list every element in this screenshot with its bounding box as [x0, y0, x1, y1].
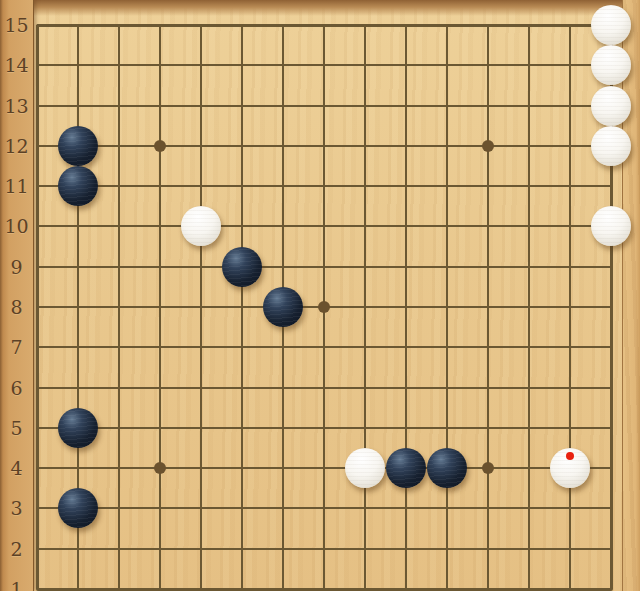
intersection-c15-r5[interactable]: [590, 408, 631, 448]
intersection-c15-r15[interactable]: [590, 5, 631, 45]
intersection-c13-r2[interactable]: [508, 529, 549, 569]
intersection-c15-r13[interactable]: [590, 85, 631, 125]
intersection-c10-r15[interactable]: [386, 5, 427, 45]
intersection-c5-r13[interactable]: [181, 85, 222, 125]
intersection-c8-r8[interactable]: [304, 287, 345, 327]
intersection-c13-r10[interactable]: [508, 206, 549, 246]
intersection-c3-r4[interactable]: [99, 448, 140, 488]
intersection-c13-r11[interactable]: [508, 166, 549, 206]
board-grid: [17, 5, 631, 591]
intersection-c15-r2[interactable]: [590, 529, 631, 569]
intersection-c2-r2[interactable]: [58, 529, 99, 569]
intersection-c8-r7[interactable]: [304, 327, 345, 367]
intersection-c14-r5[interactable]: [549, 408, 590, 448]
white-stone: [591, 86, 631, 126]
intersection-c7-r2[interactable]: [263, 529, 304, 569]
intersection-c5-r9[interactable]: [181, 247, 222, 287]
intersection-c7-r7[interactable]: [263, 327, 304, 367]
intersection-c6-r13[interactable]: [222, 85, 263, 125]
star-point: [482, 140, 494, 152]
intersection-c6-r9[interactable]: [222, 247, 263, 287]
intersection-c9-r11[interactable]: [345, 166, 386, 206]
intersection-c13-r9[interactable]: [508, 247, 549, 287]
intersection-c8-r14[interactable]: [304, 45, 345, 85]
black-stone: [386, 448, 426, 488]
intersection-c7-r1[interactable]: [263, 569, 304, 591]
intersection-c14-r12[interactable]: [549, 126, 590, 166]
intersection-c11-r9[interactable]: [427, 247, 468, 287]
intersection-c15-r6[interactable]: [590, 367, 631, 407]
intersection-c2-r3[interactable]: [58, 488, 99, 528]
intersection-c15-r7[interactable]: [590, 327, 631, 367]
intersection-c12-r4[interactable]: [468, 448, 509, 488]
intersection-c10-r5[interactable]: [386, 408, 427, 448]
intersection-c14-r15[interactable]: [549, 5, 590, 45]
intersection-c8-r6[interactable]: [304, 367, 345, 407]
intersection-c4-r4[interactable]: [140, 448, 181, 488]
intersection-c3-r6[interactable]: [99, 367, 140, 407]
intersection-c11-r2[interactable]: [427, 529, 468, 569]
intersection-c11-r1[interactable]: [427, 569, 468, 591]
black-stone: [263, 287, 303, 327]
intersection-c2-r6[interactable]: [58, 367, 99, 407]
intersection-c11-r11[interactable]: [427, 166, 468, 206]
intersection-c15-r10[interactable]: [590, 206, 631, 246]
black-stone: [58, 126, 98, 166]
intersection-c3-r8[interactable]: [99, 287, 140, 327]
intersection-c11-r7[interactable]: [427, 327, 468, 367]
white-stone: [591, 206, 631, 246]
intersection-c15-r8[interactable]: [590, 287, 631, 327]
intersection-c12-r7[interactable]: [468, 327, 509, 367]
intersection-c4-r7[interactable]: [140, 327, 181, 367]
intersection-c5-r7[interactable]: [181, 327, 222, 367]
intersection-c6-r2[interactable]: [222, 529, 263, 569]
intersection-c14-r4[interactable]: [549, 448, 590, 488]
intersection-c1-r11[interactable]: [17, 166, 58, 206]
intersection-c10-r6[interactable]: [386, 367, 427, 407]
intersection-c9-r8[interactable]: [345, 287, 386, 327]
intersection-c8-r13[interactable]: [304, 85, 345, 125]
go-board-screen: 151413121110987654321: [0, 0, 640, 591]
white-stone: [181, 206, 221, 246]
intersection-c13-r4[interactable]: [508, 448, 549, 488]
intersection-c7-r9[interactable]: [263, 247, 304, 287]
intersection-c6-r11[interactable]: [222, 166, 263, 206]
intersection-c9-r2[interactable]: [345, 529, 386, 569]
intersection-c3-r5[interactable]: [99, 408, 140, 448]
intersection-c5-r15[interactable]: [181, 5, 222, 45]
intersection-c10-r8[interactable]: [386, 287, 427, 327]
intersection-c1-r1[interactable]: [17, 569, 58, 591]
intersection-c2-r8[interactable]: [58, 287, 99, 327]
intersection-c9-r14[interactable]: [345, 45, 386, 85]
intersection-c2-r4[interactable]: [58, 448, 99, 488]
intersection-c14-r7[interactable]: [549, 327, 590, 367]
intersection-c9-r10[interactable]: [345, 206, 386, 246]
intersection-c10-r11[interactable]: [386, 166, 427, 206]
intersection-c3-r3[interactable]: [99, 488, 140, 528]
intersection-c2-r14[interactable]: [58, 45, 99, 85]
intersection-c10-r10[interactable]: [386, 206, 427, 246]
intersection-c12-r5[interactable]: [468, 408, 509, 448]
intersection-c7-r8[interactable]: [263, 287, 304, 327]
star-point: [154, 140, 166, 152]
intersection-c11-r13[interactable]: [427, 85, 468, 125]
intersection-c6-r12[interactable]: [222, 126, 263, 166]
intersection-c13-r1[interactable]: [508, 569, 549, 591]
intersection-c2-r10[interactable]: [58, 206, 99, 246]
intersection-c8-r15[interactable]: [304, 5, 345, 45]
intersection-c13-r14[interactable]: [508, 45, 549, 85]
intersection-c8-r10[interactable]: [304, 206, 345, 246]
intersection-c6-r4[interactable]: [222, 448, 263, 488]
intersection-c10-r9[interactable]: [386, 247, 427, 287]
intersection-c10-r4[interactable]: [386, 448, 427, 488]
intersection-c5-r8[interactable]: [181, 287, 222, 327]
white-stone: [591, 5, 631, 45]
white-stone: [591, 45, 631, 85]
intersection-c11-r5[interactable]: [427, 408, 468, 448]
intersection-c14-r1[interactable]: [549, 569, 590, 591]
intersection-c3-r10[interactable]: [99, 206, 140, 246]
intersection-c6-r7[interactable]: [222, 327, 263, 367]
intersection-c9-r6[interactable]: [345, 367, 386, 407]
intersection-c15-r9[interactable]: [590, 247, 631, 287]
intersection-c5-r11[interactable]: [181, 166, 222, 206]
intersection-c10-r3[interactable]: [386, 488, 427, 528]
white-stone: [591, 126, 631, 166]
intersection-c4-r14[interactable]: [140, 45, 181, 85]
intersection-c12-r15[interactable]: [468, 5, 509, 45]
intersection-c3-r11[interactable]: [99, 166, 140, 206]
intersection-c4-r9[interactable]: [140, 247, 181, 287]
intersection-c14-r6[interactable]: [549, 367, 590, 407]
intersection-c10-r12[interactable]: [386, 126, 427, 166]
intersection-c15-r1[interactable]: [590, 569, 631, 591]
intersection-c5-r2[interactable]: [181, 529, 222, 569]
intersection-c3-r15[interactable]: [99, 5, 140, 45]
intersection-c2-r11[interactable]: [58, 166, 99, 206]
intersection-c11-r3[interactable]: [427, 488, 468, 528]
intersection-c5-r1[interactable]: [181, 569, 222, 591]
intersection-c4-r1[interactable]: [140, 569, 181, 591]
intersection-c13-r15[interactable]: [508, 5, 549, 45]
intersection-c14-r8[interactable]: [549, 287, 590, 327]
intersection-c6-r8[interactable]: [222, 287, 263, 327]
intersection-c5-r3[interactable]: [181, 488, 222, 528]
intersection-c13-r8[interactable]: [508, 287, 549, 327]
black-stone: [58, 408, 98, 448]
intersection-c10-r7[interactable]: [386, 327, 427, 367]
intersection-c12-r14[interactable]: [468, 45, 509, 85]
intersection-c7-r11[interactable]: [263, 166, 304, 206]
intersection-c14-r9[interactable]: [549, 247, 590, 287]
intersection-c1-r7[interactable]: [17, 327, 58, 367]
intersection-c6-r10[interactable]: [222, 206, 263, 246]
intersection-c14-r14[interactable]: [549, 45, 590, 85]
intersection-c12-r2[interactable]: [468, 529, 509, 569]
intersection-c8-r5[interactable]: [304, 408, 345, 448]
intersection-c7-r12[interactable]: [263, 126, 304, 166]
intersection-c11-r12[interactable]: [427, 126, 468, 166]
intersection-c13-r5[interactable]: [508, 408, 549, 448]
intersection-c14-r10[interactable]: [549, 206, 590, 246]
intersection-c11-r6[interactable]: [427, 367, 468, 407]
intersection-c11-r10[interactable]: [427, 206, 468, 246]
intersection-c9-r13[interactable]: [345, 85, 386, 125]
intersection-c9-r4[interactable]: [345, 448, 386, 488]
star-point: [154, 462, 166, 474]
intersection-c1-r6[interactable]: [17, 367, 58, 407]
intersection-c14-r2[interactable]: [549, 529, 590, 569]
intersection-c11-r8[interactable]: [427, 287, 468, 327]
intersection-c13-r13[interactable]: [508, 85, 549, 125]
intersection-c7-r5[interactable]: [263, 408, 304, 448]
intersection-c8-r4[interactable]: [304, 448, 345, 488]
intersection-c6-r5[interactable]: [222, 408, 263, 448]
intersection-c5-r12[interactable]: [181, 126, 222, 166]
intersection-c5-r4[interactable]: [181, 448, 222, 488]
intersection-c8-r2[interactable]: [304, 529, 345, 569]
intersection-c12-r8[interactable]: [468, 287, 509, 327]
white-stone: [550, 448, 590, 488]
intersection-c10-r2[interactable]: [386, 529, 427, 569]
intersection-c9-r15[interactable]: [345, 5, 386, 45]
intersection-c4-r6[interactable]: [140, 367, 181, 407]
intersection-c12-r3[interactable]: [468, 488, 509, 528]
intersection-c2-r1[interactable]: [58, 569, 99, 591]
intersection-c3-r9[interactable]: [99, 247, 140, 287]
intersection-c15-r14[interactable]: [590, 45, 631, 85]
intersection-c10-r13[interactable]: [386, 85, 427, 125]
star-point: [318, 301, 330, 313]
intersection-c5-r5[interactable]: [181, 408, 222, 448]
last-move-marker: [566, 452, 574, 460]
intersection-c2-r15[interactable]: [58, 5, 99, 45]
intersection-c15-r4[interactable]: [590, 448, 631, 488]
intersection-c12-r9[interactable]: [468, 247, 509, 287]
intersection-c12-r13[interactable]: [468, 85, 509, 125]
intersection-c14-r11[interactable]: [549, 166, 590, 206]
intersection-c5-r6[interactable]: [181, 367, 222, 407]
intersection-c3-r12[interactable]: [99, 126, 140, 166]
intersection-c2-r7[interactable]: [58, 327, 99, 367]
intersection-c3-r2[interactable]: [99, 529, 140, 569]
intersection-c9-r1[interactable]: [345, 569, 386, 591]
intersection-c1-r3[interactable]: [17, 488, 58, 528]
intersection-c12-r12[interactable]: [468, 126, 509, 166]
intersection-c2-r13[interactable]: [58, 85, 99, 125]
intersection-c1-r5[interactable]: [17, 408, 58, 448]
black-stone: [222, 247, 262, 287]
black-stone: [427, 448, 467, 488]
intersection-c9-r9[interactable]: [345, 247, 386, 287]
intersection-c7-r4[interactable]: [263, 448, 304, 488]
intersection-c6-r6[interactable]: [222, 367, 263, 407]
intersection-c6-r15[interactable]: [222, 5, 263, 45]
intersection-c8-r9[interactable]: [304, 247, 345, 287]
intersection-c11-r14[interactable]: [427, 45, 468, 85]
intersection-c1-r2[interactable]: [17, 529, 58, 569]
intersection-c8-r3[interactable]: [304, 488, 345, 528]
intersection-c14-r3[interactable]: [549, 488, 590, 528]
intersection-c3-r7[interactable]: [99, 327, 140, 367]
intersection-c8-r12[interactable]: [304, 126, 345, 166]
intersection-c13-r12[interactable]: [508, 126, 549, 166]
intersection-c12-r6[interactable]: [468, 367, 509, 407]
intersection-c9-r3[interactable]: [345, 488, 386, 528]
intersection-c6-r1[interactable]: [222, 569, 263, 591]
intersection-c15-r3[interactable]: [590, 488, 631, 528]
intersection-c8-r11[interactable]: [304, 166, 345, 206]
intersection-c4-r10[interactable]: [140, 206, 181, 246]
intersection-c7-r6[interactable]: [263, 367, 304, 407]
intersection-c13-r3[interactable]: [508, 488, 549, 528]
intersection-c1-r13[interactable]: [17, 85, 58, 125]
intersection-c12-r1[interactable]: [468, 569, 509, 591]
intersection-c4-r12[interactable]: [140, 126, 181, 166]
intersection-c7-r15[interactable]: [263, 5, 304, 45]
intersection-c4-r13[interactable]: [140, 85, 181, 125]
intersection-c4-r8[interactable]: [140, 287, 181, 327]
intersection-c13-r6[interactable]: [508, 367, 549, 407]
intersection-c15-r11[interactable]: [590, 166, 631, 206]
intersection-c4-r11[interactable]: [140, 166, 181, 206]
intersection-c4-r3[interactable]: [140, 488, 181, 528]
intersection-c12-r11[interactable]: [468, 166, 509, 206]
black-stone: [58, 166, 98, 206]
intersection-c1-r10[interactable]: [17, 206, 58, 246]
intersection-c9-r7[interactable]: [345, 327, 386, 367]
intersection-c9-r5[interactable]: [345, 408, 386, 448]
intersection-c1-r8[interactable]: [17, 287, 58, 327]
black-stone: [58, 488, 98, 528]
intersection-c2-r12[interactable]: [58, 126, 99, 166]
intersection-c1-r12[interactable]: [17, 126, 58, 166]
intersection-c1-r14[interactable]: [17, 45, 58, 85]
intersection-c10-r1[interactable]: [386, 569, 427, 591]
intersection-c12-r10[interactable]: [468, 206, 509, 246]
white-stone: [345, 448, 385, 488]
intersection-c1-r9[interactable]: [17, 247, 58, 287]
intersection-c9-r12[interactable]: [345, 126, 386, 166]
intersection-c5-r10[interactable]: [181, 206, 222, 246]
intersection-c3-r1[interactable]: [99, 569, 140, 591]
intersection-c1-r15[interactable]: [17, 5, 58, 45]
intersection-c3-r14[interactable]: [99, 45, 140, 85]
intersection-c4-r15[interactable]: [140, 5, 181, 45]
intersection-c5-r14[interactable]: [181, 45, 222, 85]
intersection-c7-r10[interactable]: [263, 206, 304, 246]
intersection-c6-r3[interactable]: [222, 488, 263, 528]
intersection-c4-r2[interactable]: [140, 529, 181, 569]
intersection-c11-r15[interactable]: [427, 5, 468, 45]
intersection-c6-r14[interactable]: [222, 45, 263, 85]
intersection-c7-r14[interactable]: [263, 45, 304, 85]
intersection-c10-r14[interactable]: [386, 45, 427, 85]
intersection-c1-r4[interactable]: [17, 448, 58, 488]
intersection-c8-r1[interactable]: [304, 569, 345, 591]
intersection-c7-r13[interactable]: [263, 85, 304, 125]
intersection-c15-r12[interactable]: [590, 126, 631, 166]
intersection-c11-r4[interactable]: [427, 448, 468, 488]
intersection-c2-r9[interactable]: [58, 247, 99, 287]
intersection-c7-r3[interactable]: [263, 488, 304, 528]
intersection-c14-r13[interactable]: [549, 85, 590, 125]
intersection-c4-r5[interactable]: [140, 408, 181, 448]
intersection-c3-r13[interactable]: [99, 85, 140, 125]
intersection-c13-r7[interactable]: [508, 327, 549, 367]
star-point: [482, 462, 494, 474]
intersection-c2-r5[interactable]: [58, 408, 99, 448]
